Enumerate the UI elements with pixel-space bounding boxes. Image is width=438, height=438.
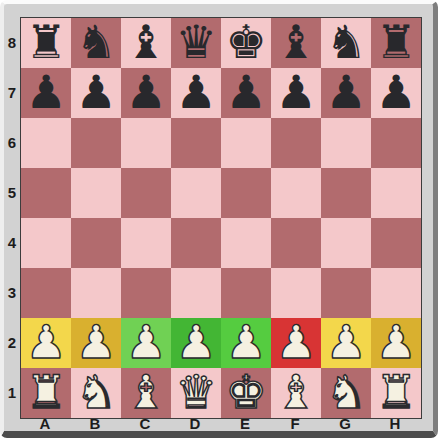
- white-pawn-b2[interactable]: ♟: [75, 317, 116, 367]
- square-e3[interactable]: [221, 268, 271, 318]
- square-c3[interactable]: [121, 268, 171, 318]
- black-knight-g8[interactable]: ♞: [325, 17, 366, 67]
- white-knight-b1[interactable]: ♞: [75, 367, 116, 417]
- square-g3[interactable]: [321, 268, 371, 318]
- black-pawn-g7[interactable]: ♟: [325, 67, 366, 117]
- square-a1[interactable]: ♜: [21, 368, 71, 418]
- square-f6[interactable]: [271, 118, 321, 168]
- square-g4[interactable]: [321, 218, 371, 268]
- square-a3[interactable]: [21, 268, 71, 318]
- black-rook-a8[interactable]: ♜: [25, 17, 66, 67]
- file-label-g: G: [320, 417, 370, 432]
- file-label-c: C: [120, 417, 170, 432]
- square-e7[interactable]: ♟: [221, 68, 271, 118]
- white-pawn-h2[interactable]: ♟: [375, 317, 416, 367]
- square-c7[interactable]: ♟: [121, 68, 171, 118]
- square-d5[interactable]: [171, 168, 221, 218]
- square-d6[interactable]: [171, 118, 221, 168]
- white-pawn-f2[interactable]: ♟: [275, 317, 316, 367]
- square-g1[interactable]: ♞: [321, 368, 371, 418]
- white-rook-h1[interactable]: ♜: [375, 367, 416, 417]
- rank-labels: 87654321: [4, 18, 20, 418]
- square-a4[interactable]: [21, 218, 71, 268]
- square-b8[interactable]: ♞: [71, 18, 121, 68]
- square-b3[interactable]: [71, 268, 121, 318]
- square-a6[interactable]: [21, 118, 71, 168]
- file-label-e: E: [220, 417, 270, 432]
- white-bishop-c1[interactable]: ♝: [125, 367, 166, 417]
- board: ♜♞♝♛♚♝♞♜♟♟♟♟♟♟♟♟♟♟♟♟♟♟♟♟♜♞♝♛♚♝♞♜: [20, 17, 422, 419]
- square-b4[interactable]: [71, 218, 121, 268]
- square-e1[interactable]: ♚: [221, 368, 271, 418]
- chess-board-frame: 87654321 ♜♞♝♛♚♝♞♜♟♟♟♟♟♟♟♟♟♟♟♟♟♟♟♟♜♞♝♛♚♝♞…: [0, 0, 438, 438]
- white-rook-a1[interactable]: ♜: [25, 367, 66, 417]
- square-g6[interactable]: [321, 118, 371, 168]
- square-d8[interactable]: ♛: [171, 18, 221, 68]
- square-f2[interactable]: ♟: [271, 318, 321, 368]
- square-g8[interactable]: ♞: [321, 18, 371, 68]
- black-pawn-b7[interactable]: ♟: [75, 67, 116, 117]
- black-rook-h8[interactable]: ♜: [375, 17, 416, 67]
- square-c8[interactable]: ♝: [121, 18, 171, 68]
- square-h8[interactable]: ♜: [371, 18, 421, 68]
- file-label-a: A: [20, 417, 70, 432]
- square-e6[interactable]: [221, 118, 271, 168]
- square-e5[interactable]: [221, 168, 271, 218]
- square-d2[interactable]: ♟: [171, 318, 221, 368]
- white-pawn-g2[interactable]: ♟: [325, 317, 366, 367]
- square-b6[interactable]: [71, 118, 121, 168]
- square-f5[interactable]: [271, 168, 321, 218]
- square-b1[interactable]: ♞: [71, 368, 121, 418]
- file-labels: ABCDEFGH: [20, 417, 420, 432]
- rank-label-2: 2: [4, 318, 20, 368]
- square-c6[interactable]: [121, 118, 171, 168]
- square-h1[interactable]: ♜: [371, 368, 421, 418]
- square-a8[interactable]: ♜: [21, 18, 71, 68]
- white-pawn-a2[interactable]: ♟: [25, 317, 66, 367]
- white-knight-g1[interactable]: ♞: [325, 367, 366, 417]
- white-pawn-c2[interactable]: ♟: [125, 317, 166, 367]
- square-c1[interactable]: ♝: [121, 368, 171, 418]
- square-c5[interactable]: [121, 168, 171, 218]
- square-b7[interactable]: ♟: [71, 68, 121, 118]
- white-pawn-e2[interactable]: ♟: [225, 317, 266, 367]
- file-label-d: D: [170, 417, 220, 432]
- square-f8[interactable]: ♝: [271, 18, 321, 68]
- rank-label-1: 1: [4, 368, 20, 418]
- square-h7[interactable]: ♟: [371, 68, 421, 118]
- black-pawn-e7[interactable]: ♟: [225, 67, 266, 117]
- file-label-h: H: [370, 417, 420, 432]
- square-e2[interactable]: ♟: [221, 318, 271, 368]
- white-pawn-d2[interactable]: ♟: [175, 317, 216, 367]
- square-f1[interactable]: ♝: [271, 368, 321, 418]
- square-f7[interactable]: ♟: [271, 68, 321, 118]
- white-bishop-f1[interactable]: ♝: [275, 367, 316, 417]
- black-queen-d8[interactable]: ♛: [175, 17, 216, 67]
- rank-label-3: 3: [4, 268, 20, 318]
- square-h4[interactable]: [371, 218, 421, 268]
- square-a7[interactable]: ♟: [21, 68, 71, 118]
- black-pawn-f7[interactable]: ♟: [275, 67, 316, 117]
- square-g2[interactable]: ♟: [321, 318, 371, 368]
- square-a2[interactable]: ♟: [21, 318, 71, 368]
- black-knight-b8[interactable]: ♞: [75, 17, 116, 67]
- square-d7[interactable]: ♟: [171, 68, 221, 118]
- square-e4[interactable]: [221, 218, 271, 268]
- rank-label-8: 8: [4, 18, 20, 68]
- square-a5[interactable]: [21, 168, 71, 218]
- square-g7[interactable]: ♟: [321, 68, 371, 118]
- square-g5[interactable]: [321, 168, 371, 218]
- square-e8[interactable]: ♚: [221, 18, 271, 68]
- black-pawn-a7[interactable]: ♟: [25, 67, 66, 117]
- square-d1[interactable]: ♛: [171, 368, 221, 418]
- square-f3[interactable]: [271, 268, 321, 318]
- square-h5[interactable]: [371, 168, 421, 218]
- square-b2[interactable]: ♟: [71, 318, 121, 368]
- rank-label-7: 7: [4, 68, 20, 118]
- square-b5[interactable]: [71, 168, 121, 218]
- file-label-f: F: [270, 417, 320, 432]
- square-d3[interactable]: [171, 268, 221, 318]
- black-pawn-d7[interactable]: ♟: [175, 67, 216, 117]
- white-king-e1[interactable]: ♚: [225, 367, 266, 417]
- black-bishop-f8[interactable]: ♝: [275, 17, 316, 67]
- rank-label-5: 5: [4, 168, 20, 218]
- white-queen-d1[interactable]: ♛: [175, 367, 216, 417]
- square-h3[interactable]: [371, 268, 421, 318]
- square-d4[interactable]: [171, 218, 221, 268]
- black-king-e8[interactable]: ♚: [225, 17, 266, 67]
- square-c4[interactable]: [121, 218, 171, 268]
- square-h2[interactable]: ♟: [371, 318, 421, 368]
- square-f4[interactable]: [271, 218, 321, 268]
- black-pawn-h7[interactable]: ♟: [375, 67, 416, 117]
- black-pawn-c7[interactable]: ♟: [125, 67, 166, 117]
- square-h6[interactable]: [371, 118, 421, 168]
- rank-label-4: 4: [4, 218, 20, 268]
- black-bishop-c8[interactable]: ♝: [125, 17, 166, 67]
- file-label-b: B: [70, 417, 120, 432]
- square-c2[interactable]: ♟: [121, 318, 171, 368]
- rank-label-6: 6: [4, 118, 20, 168]
